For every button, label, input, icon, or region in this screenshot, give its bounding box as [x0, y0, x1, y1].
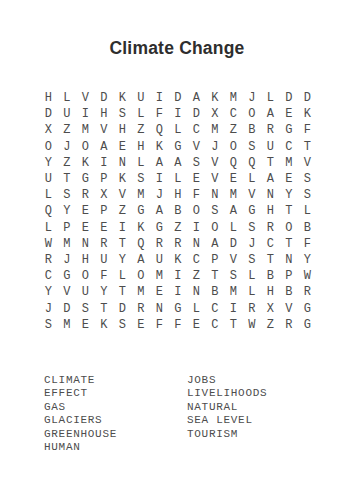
- grid-cell: E: [95, 220, 114, 236]
- grid-cell: G: [243, 203, 262, 219]
- grid-cell: L: [169, 122, 188, 138]
- grid-cell: N: [280, 252, 299, 268]
- grid-cell: V: [76, 90, 95, 106]
- grid-cell: T: [95, 300, 114, 316]
- grid-cell: R: [39, 252, 58, 268]
- grid-cell: D: [113, 300, 132, 316]
- grid-cell: D: [187, 106, 206, 122]
- grid-cell: K: [95, 317, 114, 333]
- grid-cell: V: [113, 187, 132, 203]
- grid-cell: C: [39, 268, 58, 284]
- grid-cell: D: [224, 236, 243, 252]
- grid-cell: L: [39, 220, 58, 236]
- grid-cell: Z: [132, 122, 151, 138]
- grid-cell: V: [58, 284, 77, 300]
- grid-cell: Z: [224, 122, 243, 138]
- grid-cell: P: [206, 252, 225, 268]
- grid-cell: C: [280, 139, 299, 155]
- grid-cell: O: [187, 203, 206, 219]
- grid-cell: G: [298, 300, 317, 316]
- grid-cell: Z: [58, 155, 77, 171]
- grid-cell: S: [113, 106, 132, 122]
- grid-cell: T: [113, 236, 132, 252]
- grid-cell: M: [58, 236, 77, 252]
- grid-cell: B: [169, 203, 188, 219]
- grid-cell: X: [95, 187, 114, 203]
- grid-cell: J: [243, 90, 262, 106]
- grid-cell: N: [187, 236, 206, 252]
- grid-cell: R: [95, 236, 114, 252]
- grid-cell: C: [187, 252, 206, 268]
- word-list-item: CLIMATE: [44, 374, 187, 387]
- grid-cell: A: [206, 236, 225, 252]
- grid-cell: D: [58, 300, 77, 316]
- grid-cell: M: [224, 90, 243, 106]
- grid-cell: L: [298, 203, 317, 219]
- grid-cell: Y: [280, 187, 299, 203]
- grid-cell: K: [206, 90, 225, 106]
- grid-cell: X: [39, 122, 58, 138]
- word-list-column-1: CLIMATEEFFECTGASGLACIERSGREENHOUSEHUMAN: [44, 374, 187, 454]
- grid-cell: H: [169, 187, 188, 203]
- grid-cell: O: [243, 106, 262, 122]
- word-list-column-2: JOBSLIVELIHOODSNATURALSEA LEVELTOURISM: [187, 374, 267, 441]
- grid-cell: E: [224, 171, 243, 187]
- grid-cell: R: [150, 236, 169, 252]
- grid-cell: M: [132, 284, 151, 300]
- grid-cell: J: [150, 187, 169, 203]
- grid-cell: T: [206, 268, 225, 284]
- grid-cell: K: [169, 252, 188, 268]
- grid-cell: H: [76, 252, 95, 268]
- grid-cell: B: [206, 284, 225, 300]
- grid-cell: M: [58, 317, 77, 333]
- grid-cell: U: [132, 90, 151, 106]
- grid-cell: K: [298, 106, 317, 122]
- grid-cell: I: [187, 220, 206, 236]
- grid-cell: L: [187, 300, 206, 316]
- grid-cell: L: [169, 171, 188, 187]
- grid-cell: E: [76, 203, 95, 219]
- grid-cell: A: [224, 203, 243, 219]
- grid-cell: C: [261, 236, 280, 252]
- grid-cell: M: [150, 268, 169, 284]
- grid-cell: Y: [298, 252, 317, 268]
- grid-cell: E: [113, 139, 132, 155]
- grid-cell: I: [150, 90, 169, 106]
- grid-cell: L: [132, 106, 151, 122]
- grid-cell: G: [150, 220, 169, 236]
- grid-cell: A: [187, 90, 206, 106]
- grid-cell: Y: [113, 252, 132, 268]
- grid-cell: B: [298, 220, 317, 236]
- grid-cell: S: [132, 171, 151, 187]
- grid-cell: W: [298, 268, 317, 284]
- grid-cell: R: [280, 317, 299, 333]
- grid-cell: B: [280, 284, 299, 300]
- grid-cell: L: [132, 155, 151, 171]
- grid-cell: V: [298, 155, 317, 171]
- puzzle-title: Climate Change: [0, 38, 354, 59]
- grid-cell: M: [224, 187, 243, 203]
- grid-cell: R: [169, 236, 188, 252]
- grid-cell: L: [58, 90, 77, 106]
- grid-cell: L: [243, 171, 262, 187]
- grid-cell: O: [132, 268, 151, 284]
- grid-cell: F: [298, 122, 317, 138]
- grid-cell: Q: [132, 236, 151, 252]
- grid-cell: K: [132, 220, 151, 236]
- grid-cell: O: [206, 220, 225, 236]
- grid-cell: H: [261, 203, 280, 219]
- grid-cell: I: [150, 171, 169, 187]
- grid-cell: F: [169, 317, 188, 333]
- grid-cell: U: [261, 139, 280, 155]
- grid-cell: V: [280, 300, 299, 316]
- grid-cell: C: [187, 122, 206, 138]
- word-list-item: EFFECT: [44, 387, 187, 400]
- grid-cell: L: [39, 187, 58, 203]
- grid-cell: S: [243, 139, 262, 155]
- grid-cell: H: [39, 90, 58, 106]
- grid-cell: R: [132, 300, 151, 316]
- grid-cell: Y: [95, 284, 114, 300]
- grid-cell: J: [243, 236, 262, 252]
- grid-cell: J: [206, 139, 225, 155]
- grid-cell: N: [261, 187, 280, 203]
- grid-cell: N: [150, 300, 169, 316]
- grid-cell: G: [280, 122, 299, 138]
- grid-cell: B: [261, 268, 280, 284]
- grid-cell: K: [113, 90, 132, 106]
- grid-cell: E: [187, 171, 206, 187]
- grid-cell: I: [169, 268, 188, 284]
- grid-cell: S: [298, 187, 317, 203]
- grid-cell: S: [58, 187, 77, 203]
- word-list-item: GAS: [44, 401, 187, 414]
- grid-cell: T: [261, 155, 280, 171]
- grid-cell: J: [58, 252, 77, 268]
- grid-cell: H: [132, 139, 151, 155]
- grid-cell: S: [187, 155, 206, 171]
- grid-cell: U: [58, 106, 77, 122]
- grid-cell: I: [169, 106, 188, 122]
- grid-cell: Z: [113, 203, 132, 219]
- grid-cell: Z: [58, 122, 77, 138]
- grid-cell: T: [280, 236, 299, 252]
- grid-cell: Z: [261, 317, 280, 333]
- grid-cell: G: [298, 317, 317, 333]
- grid-cell: U: [76, 284, 95, 300]
- grid-cell: T: [280, 203, 299, 219]
- grid-cell: L: [113, 268, 132, 284]
- grid-cell: L: [224, 220, 243, 236]
- word-list-item: NATURAL: [187, 401, 267, 414]
- grid-cell: W: [243, 317, 262, 333]
- grid-cell: R: [261, 220, 280, 236]
- grid-cell: U: [150, 252, 169, 268]
- grid-cell: M: [224, 284, 243, 300]
- grid-cell: O: [39, 139, 58, 155]
- grid-cell: Z: [169, 220, 188, 236]
- grid-cell: U: [39, 171, 58, 187]
- grid-cell: K: [113, 171, 132, 187]
- grid-cell: K: [150, 139, 169, 155]
- word-list-item: TOURISM: [187, 428, 267, 441]
- grid-cell: M: [132, 187, 151, 203]
- grid-cell: O: [280, 220, 299, 236]
- grid-cell: Y: [39, 155, 58, 171]
- grid-cell: M: [280, 155, 299, 171]
- grid-cell: T: [113, 284, 132, 300]
- grid-cell: D: [298, 90, 317, 106]
- grid-cell: N: [206, 187, 225, 203]
- grid-cell: W: [39, 236, 58, 252]
- grid-cell: J: [39, 300, 58, 316]
- word-list-item: LIVELIHOODS: [187, 387, 267, 400]
- word-list: CLIMATEEFFECTGASGLACIERSGREENHOUSEHUMAN …: [44, 374, 267, 454]
- grid-cell: S: [224, 268, 243, 284]
- grid-cell: H: [261, 284, 280, 300]
- grid-cell: F: [187, 187, 206, 203]
- grid-cell: E: [280, 171, 299, 187]
- grid-cell: V: [243, 187, 262, 203]
- grid-cell: S: [113, 317, 132, 333]
- grid-cell: U: [95, 252, 114, 268]
- grid-cell: F: [298, 236, 317, 252]
- grid-cell: G: [169, 300, 188, 316]
- grid-cell: V: [187, 139, 206, 155]
- grid-cell: S: [298, 171, 317, 187]
- grid-cell: M: [206, 122, 225, 138]
- grid-cell: G: [76, 171, 95, 187]
- grid-cell: J: [58, 139, 77, 155]
- grid-cell: F: [150, 317, 169, 333]
- word-list-item: SEA LEVEL: [187, 414, 267, 427]
- grid-cell: A: [150, 203, 169, 219]
- grid-cell: Q: [224, 155, 243, 171]
- grid-cell: N: [187, 284, 206, 300]
- word-list-item: JOBS: [187, 374, 267, 387]
- grid-cell: K: [76, 155, 95, 171]
- grid-cell: R: [76, 187, 95, 203]
- grid-cell: G: [169, 139, 188, 155]
- grid-cell: S: [206, 203, 225, 219]
- grid-cell: B: [243, 122, 262, 138]
- grid-cell: N: [113, 155, 132, 171]
- grid-cell: Y: [58, 203, 77, 219]
- grid-cell: A: [95, 139, 114, 155]
- grid-cell: H: [95, 106, 114, 122]
- grid-cell: A: [261, 171, 280, 187]
- grid-cell: I: [76, 106, 95, 122]
- grid-cell: S: [243, 252, 262, 268]
- grid-cell: T: [298, 139, 317, 155]
- grid-cell: L: [243, 268, 262, 284]
- grid-cell: E: [187, 317, 206, 333]
- grid-cell: D: [95, 90, 114, 106]
- grid-cell: P: [58, 220, 77, 236]
- grid-cell: N: [76, 236, 95, 252]
- grid-cell: O: [76, 268, 95, 284]
- grid-cell: L: [261, 90, 280, 106]
- grid-cell: I: [95, 155, 114, 171]
- grid-cell: D: [280, 90, 299, 106]
- grid-cell: A: [132, 252, 151, 268]
- grid-cell: Q: [243, 155, 262, 171]
- grid-cell: P: [95, 171, 114, 187]
- grid-cell: D: [169, 90, 188, 106]
- grid-cell: H: [113, 122, 132, 138]
- grid-cell: E: [150, 284, 169, 300]
- grid-cell: E: [76, 220, 95, 236]
- grid-cell: G: [58, 268, 77, 284]
- grid-cell: F: [95, 268, 114, 284]
- grid-cell: R: [243, 300, 262, 316]
- grid-cell: C: [206, 317, 225, 333]
- grid-cell: F: [150, 106, 169, 122]
- grid-cell: T: [224, 317, 243, 333]
- grid-cell: Y: [39, 284, 58, 300]
- grid-cell: T: [58, 171, 77, 187]
- grid-cell: E: [132, 317, 151, 333]
- grid-cell: Z: [187, 268, 206, 284]
- grid-cell: M: [76, 122, 95, 138]
- grid-cell: R: [298, 284, 317, 300]
- grid-cell: C: [206, 300, 225, 316]
- letter-grid: HLVDKUIDAKMJLDDDUIHSLFIDXCOAEKXZMVHZQLCM…: [39, 90, 317, 333]
- word-list-item: GLACIERS: [44, 414, 187, 427]
- grid-cell: V: [95, 122, 114, 138]
- grid-cell: Q: [39, 203, 58, 219]
- grid-cell: O: [224, 139, 243, 155]
- word-list-item: GREENHOUSE: [44, 428, 187, 441]
- grid-cell: I: [169, 284, 188, 300]
- grid-cell: D: [39, 106, 58, 122]
- grid-cell: S: [76, 300, 95, 316]
- grid-cell: E: [280, 106, 299, 122]
- grid-cell: A: [261, 106, 280, 122]
- grid-cell: P: [280, 268, 299, 284]
- grid-cell: S: [243, 220, 262, 236]
- grid-cell: P: [95, 203, 114, 219]
- grid-cell: V: [206, 171, 225, 187]
- grid-cell: A: [169, 155, 188, 171]
- grid-cell: V: [224, 252, 243, 268]
- grid-cell: L: [243, 284, 262, 300]
- grid-cell: I: [113, 220, 132, 236]
- grid-cell: T: [261, 252, 280, 268]
- grid-cell: A: [150, 155, 169, 171]
- grid-cell: I: [224, 300, 243, 316]
- grid-cell: Q: [150, 122, 169, 138]
- grid-cell: S: [39, 317, 58, 333]
- word-list-item: HUMAN: [44, 441, 187, 454]
- grid-cell: X: [206, 106, 225, 122]
- grid-cell: O: [76, 139, 95, 155]
- grid-cell: G: [132, 203, 151, 219]
- grid-cell: C: [224, 106, 243, 122]
- grid-cell: V: [206, 155, 225, 171]
- grid-cell: X: [261, 300, 280, 316]
- grid-cell: R: [261, 122, 280, 138]
- grid-cell: E: [76, 317, 95, 333]
